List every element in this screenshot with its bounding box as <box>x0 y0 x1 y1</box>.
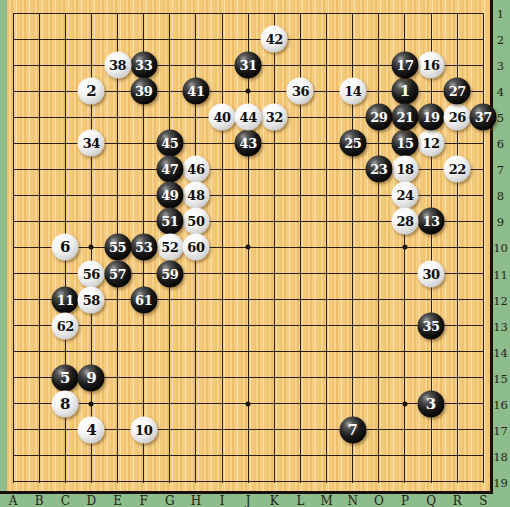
stone-black-35-Q13: 35 <box>418 312 445 339</box>
stone-white-26-R5: 26 <box>444 104 471 131</box>
move-number: 13 <box>423 215 440 228</box>
col-label-P: P <box>395 494 415 507</box>
move-number: 24 <box>396 189 413 202</box>
stone-black-33-F3: 33 <box>130 52 157 79</box>
stone-black-47-G7: 47 <box>156 156 183 183</box>
col-label-E: E <box>108 494 128 507</box>
move-number: 23 <box>370 163 387 176</box>
grid-hline-18 <box>13 455 484 456</box>
move-number: 7 <box>347 422 357 437</box>
row-label-17: 17 <box>492 424 509 436</box>
stone-white-16-Q3: 16 <box>418 52 445 79</box>
move-number: 32 <box>266 111 283 124</box>
stone-black-55-E10: 55 <box>104 234 131 261</box>
stone-white-32-K5: 32 <box>261 104 288 131</box>
stone-white-36-L4: 36 <box>287 78 314 105</box>
move-number: 29 <box>370 111 387 124</box>
move-number: 40 <box>213 111 230 124</box>
stone-black-49-G8: 49 <box>156 182 183 209</box>
col-label-D: D <box>81 494 101 507</box>
col-label-Q: Q <box>421 494 441 507</box>
move-number: 30 <box>423 267 440 280</box>
row-label-19: 19 <box>492 476 509 488</box>
grid-hline-13 <box>13 325 484 326</box>
stone-black-39-F4: 39 <box>130 78 157 105</box>
stone-black-21-P5: 21 <box>391 104 418 131</box>
col-label-O: O <box>369 494 389 507</box>
row-label-5: 5 <box>492 111 509 123</box>
col-label-I: I <box>212 494 232 507</box>
grid-vline-S <box>483 13 484 483</box>
stone-white-6-C10: 6 <box>52 234 79 261</box>
stone-white-46-H7: 46 <box>182 156 209 183</box>
col-label-G: G <box>160 494 180 507</box>
move-number: 55 <box>109 241 126 254</box>
move-number: 52 <box>161 241 178 254</box>
stone-black-5-C15: 5 <box>52 364 79 391</box>
stone-white-22-R7: 22 <box>444 156 471 183</box>
grid-hline-14 <box>13 351 484 352</box>
stone-black-41-H4: 41 <box>182 78 209 105</box>
stone-white-10-F17: 10 <box>130 416 157 443</box>
move-number: 21 <box>396 111 413 124</box>
row-label-11: 11 <box>492 268 509 280</box>
col-label-K: K <box>264 494 284 507</box>
move-number: 58 <box>83 293 100 306</box>
stone-white-24-P8: 24 <box>391 182 418 209</box>
col-label-A: A <box>3 494 23 507</box>
col-label-S: S <box>473 494 493 507</box>
move-number: 1 <box>400 84 410 99</box>
stone-black-31-J3: 31 <box>235 52 262 79</box>
stone-white-58-D12: 58 <box>78 286 105 313</box>
move-number: 27 <box>449 85 466 98</box>
stone-white-4-D17: 4 <box>78 416 105 443</box>
move-number: 46 <box>187 163 204 176</box>
stone-black-27-R4: 27 <box>444 78 471 105</box>
move-number: 60 <box>187 241 204 254</box>
stone-white-62-C13: 62 <box>52 312 79 339</box>
move-number: 22 <box>449 163 466 176</box>
stone-white-18-P7: 18 <box>391 156 418 183</box>
grid-hline-19 <box>13 481 484 482</box>
stone-black-45-G6: 45 <box>156 130 183 157</box>
move-number: 19 <box>423 111 440 124</box>
col-label-C: C <box>55 494 75 507</box>
grid-vline-I <box>222 13 223 483</box>
grid-hline-2 <box>13 39 484 40</box>
col-label-H: H <box>186 494 206 507</box>
move-number: 9 <box>86 370 96 385</box>
stone-black-29-O5: 29 <box>365 104 392 131</box>
move-number: 36 <box>292 85 309 98</box>
stone-white-28-P9: 28 <box>391 208 418 235</box>
stone-black-57-E11: 57 <box>104 260 131 287</box>
move-number: 31 <box>240 59 257 72</box>
move-number: 16 <box>423 59 440 72</box>
move-number: 48 <box>187 189 204 202</box>
move-number: 12 <box>423 137 440 150</box>
row-label-4: 4 <box>492 85 509 97</box>
star-point-J4 <box>246 89 251 94</box>
row-label-15: 15 <box>492 372 509 384</box>
stone-white-30-Q11: 30 <box>418 260 445 287</box>
move-number: 4 <box>86 422 96 437</box>
move-number: 39 <box>135 85 152 98</box>
stone-white-60-H10: 60 <box>182 234 209 261</box>
move-number: 42 <box>266 33 283 46</box>
row-label-10: 10 <box>492 241 509 253</box>
move-number: 34 <box>83 137 100 150</box>
grid-vline-K <box>274 13 275 483</box>
stone-white-42-K2: 42 <box>261 26 288 53</box>
star-point-P10 <box>402 245 407 250</box>
stone-white-50-H9: 50 <box>182 208 209 235</box>
stone-black-15-P6: 15 <box>391 130 418 157</box>
stone-white-44-J5: 44 <box>235 104 262 131</box>
stone-black-3-Q16: 3 <box>418 390 445 417</box>
move-number: 14 <box>344 85 361 98</box>
move-number: 53 <box>135 241 152 254</box>
move-number: 43 <box>240 137 257 150</box>
col-label-L: L <box>290 494 310 507</box>
move-number: 15 <box>396 137 413 150</box>
row-label-3: 3 <box>492 59 509 71</box>
move-number: 28 <box>396 215 413 228</box>
star-point-J16 <box>246 401 251 406</box>
stone-white-34-D6: 34 <box>78 130 105 157</box>
move-number: 61 <box>135 293 152 306</box>
stone-white-48-H8: 48 <box>182 182 209 209</box>
stone-black-25-N6: 25 <box>339 130 366 157</box>
stone-black-61-F12: 61 <box>130 286 157 313</box>
move-number: 57 <box>109 267 126 280</box>
move-number: 62 <box>57 319 74 332</box>
star-point-P16 <box>402 401 407 406</box>
stone-black-9-D15: 9 <box>78 364 105 391</box>
col-label-N: N <box>343 494 363 507</box>
move-number: 8 <box>60 396 70 411</box>
stone-white-8-C16: 8 <box>52 390 79 417</box>
move-number: 47 <box>161 163 178 176</box>
star-point-J10 <box>246 245 251 250</box>
row-label-12: 12 <box>492 294 509 306</box>
grid-vline-A <box>13 13 14 483</box>
move-number: 35 <box>423 319 440 332</box>
stone-black-23-O7: 23 <box>365 156 392 183</box>
row-label-6: 6 <box>492 137 509 149</box>
stone-white-40-I5: 40 <box>209 104 236 131</box>
move-number: 5 <box>60 370 70 385</box>
move-number: 56 <box>83 267 100 280</box>
move-number: 26 <box>449 111 466 124</box>
move-number: 11 <box>57 293 74 306</box>
row-label-1: 1 <box>492 7 509 19</box>
stone-black-11-C12: 11 <box>52 286 79 313</box>
col-label-M: M <box>317 494 337 507</box>
row-label-16: 16 <box>492 398 509 410</box>
stone-black-13-Q9: 13 <box>418 208 445 235</box>
stone-black-19-Q5: 19 <box>418 104 445 131</box>
move-number: 18 <box>396 163 413 176</box>
col-label-F: F <box>134 494 154 507</box>
row-label-14: 14 <box>492 346 509 358</box>
star-point-D10 <box>89 245 94 250</box>
star-point-D16 <box>89 401 94 406</box>
stone-black-53-F10: 53 <box>130 234 157 261</box>
move-number: 6 <box>60 240 70 255</box>
move-number: 25 <box>344 137 361 150</box>
row-label-2: 2 <box>492 33 509 45</box>
col-label-B: B <box>29 494 49 507</box>
stone-white-2-D4: 2 <box>78 78 105 105</box>
move-number: 49 <box>161 189 178 202</box>
row-label-18: 18 <box>492 450 509 462</box>
move-number: 37 <box>475 111 492 124</box>
stone-black-59-G11: 59 <box>156 260 183 287</box>
move-number: 41 <box>187 85 204 98</box>
stone-white-56-D11: 56 <box>78 260 105 287</box>
stone-white-52-G10: 52 <box>156 234 183 261</box>
stone-white-38-E3: 38 <box>104 52 131 79</box>
stone-black-7-N17: 7 <box>339 416 366 443</box>
stone-black-1-P4: 1 <box>391 78 418 105</box>
move-number: 50 <box>187 215 204 228</box>
grid-hline-1 <box>13 13 484 14</box>
stone-white-14-N4: 14 <box>339 78 366 105</box>
grid-vline-O <box>378 13 379 483</box>
row-label-13: 13 <box>492 320 509 332</box>
move-number: 2 <box>86 84 96 99</box>
move-number: 33 <box>135 59 152 72</box>
move-number: 3 <box>426 396 436 411</box>
col-label-R: R <box>447 494 467 507</box>
move-number: 44 <box>240 111 257 124</box>
row-label-8: 8 <box>492 189 509 201</box>
stone-black-51-G9: 51 <box>156 208 183 235</box>
stone-white-12-Q6: 12 <box>418 130 445 157</box>
move-number: 38 <box>109 59 126 72</box>
move-number: 17 <box>396 59 413 72</box>
move-number: 10 <box>135 423 152 436</box>
stone-black-17-P3: 17 <box>391 52 418 79</box>
go-kifu-diagram: 1234567891011121314151617181921222324252… <box>0 0 510 507</box>
move-number: 59 <box>161 267 178 280</box>
move-number: 45 <box>161 137 178 150</box>
move-number: 51 <box>161 215 178 228</box>
row-label-9: 9 <box>492 215 509 227</box>
grid-vline-B <box>39 13 40 483</box>
stone-black-43-J6: 43 <box>235 130 262 157</box>
row-label-7: 7 <box>492 163 509 175</box>
grid-vline-M <box>326 13 327 483</box>
col-label-J: J <box>238 494 258 507</box>
